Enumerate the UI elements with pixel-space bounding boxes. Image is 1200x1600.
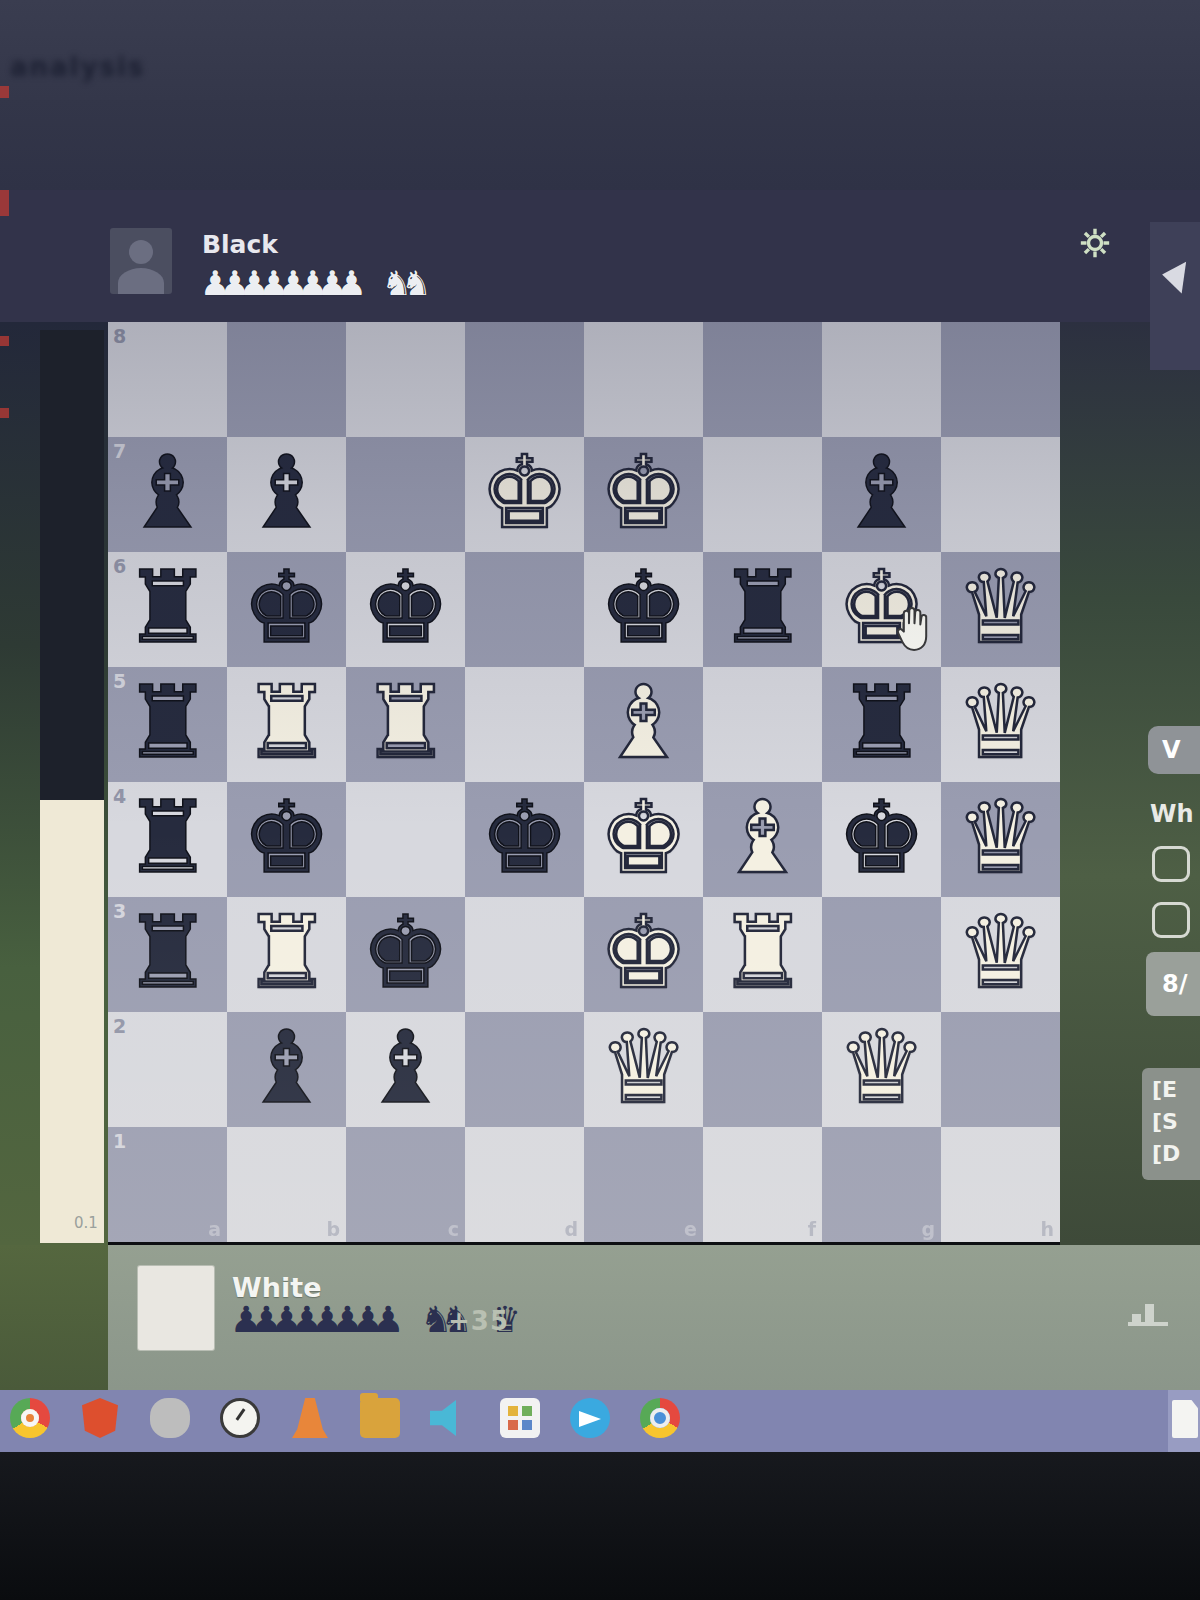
- square-h2[interactable]: [941, 1012, 1060, 1127]
- square-e2[interactable]: ♛: [584, 1012, 703, 1127]
- pgn-tag-fragment: [D: [1152, 1138, 1200, 1170]
- square-a4[interactable]: 4♜: [108, 782, 227, 897]
- piece-white-rook[interactable]: ♜: [227, 897, 346, 1012]
- black-avatar[interactable]: [110, 228, 172, 294]
- gear-icon[interactable]: [1078, 226, 1112, 260]
- square-d5[interactable]: [465, 667, 584, 782]
- piece-white-queen[interactable]: ♛: [822, 1012, 941, 1127]
- square-b1[interactable]: b: [227, 1127, 346, 1242]
- square-e6[interactable]: ♚: [584, 552, 703, 667]
- square-d4[interactable]: ♚: [465, 782, 584, 897]
- evaluation-bar: [40, 330, 104, 1243]
- square-a1[interactable]: 1a: [108, 1127, 227, 1242]
- black-player-header-band: [0, 190, 1200, 322]
- left-edge-artifact: [0, 86, 9, 98]
- square-h1[interactable]: h: [941, 1127, 1060, 1242]
- piece-black-bishop[interactable]: ♝: [227, 1012, 346, 1127]
- bottom-left-margin: [0, 1245, 108, 1390]
- square-e8[interactable]: [584, 322, 703, 437]
- square-a3[interactable]: 3♜: [108, 897, 227, 1012]
- piece-black-king[interactable]: ♚: [227, 552, 346, 667]
- telegram-icon[interactable]: [570, 1398, 610, 1438]
- piece-black-king[interactable]: ♚: [822, 782, 941, 897]
- chart-icon[interactable]: [1128, 1292, 1170, 1326]
- evaluation-bar-white: [40, 800, 104, 1243]
- left-edge-artifact: [0, 336, 9, 346]
- file-label: h: [1040, 1218, 1054, 1240]
- square-f3[interactable]: ♜: [703, 897, 822, 1012]
- pgn-textarea[interactable]: [E[S[D: [1142, 1068, 1200, 1180]
- square-b4[interactable]: ♚: [227, 782, 346, 897]
- side-panel-button[interactable]: V: [1148, 726, 1200, 774]
- square-b3[interactable]: ♜: [227, 897, 346, 1012]
- square-e7[interactable]: ♚: [584, 437, 703, 552]
- left-edge-artifact: [0, 408, 9, 418]
- file-label: b: [326, 1218, 340, 1240]
- square-c7[interactable]: [346, 437, 465, 552]
- square-f7[interactable]: [703, 437, 822, 552]
- piece-white-king[interactable]: ♚: [584, 897, 703, 1012]
- gimp-icon[interactable]: [150, 1398, 190, 1438]
- material-score: +35: [448, 1306, 509, 1336]
- piece-white-king[interactable]: ♚: [584, 782, 703, 897]
- square-d2[interactable]: [465, 1012, 584, 1127]
- square-a8[interactable]: 8: [108, 322, 227, 437]
- store-icon[interactable]: [500, 1398, 540, 1438]
- square-g1[interactable]: g: [822, 1127, 941, 1242]
- page-upper-band: [0, 100, 1200, 190]
- square-h3[interactable]: ♛: [941, 897, 1060, 1012]
- chevron-left-icon[interactable]: [1160, 259, 1186, 294]
- piece-white-rook[interactable]: ♜: [227, 667, 346, 782]
- square-e5[interactable]: ♝: [584, 667, 703, 782]
- square-h7[interactable]: [941, 437, 1060, 552]
- piece-white-bishop[interactable]: ♝: [584, 667, 703, 782]
- captured-knights: ♞♞: [382, 263, 421, 303]
- folder-icon[interactable]: [360, 1398, 400, 1438]
- square-d1[interactable]: d: [465, 1127, 584, 1242]
- square-g8[interactable]: [822, 322, 941, 437]
- square-e4[interactable]: ♚: [584, 782, 703, 897]
- captured-pawns: ♟♟♟♟♟♟♟♟: [230, 1299, 392, 1340]
- rank-label: 8: [113, 325, 126, 347]
- square-b5[interactable]: ♜: [227, 667, 346, 782]
- chrome-icon[interactable]: [10, 1398, 50, 1438]
- piece-white-bishop[interactable]: ♝: [703, 782, 822, 897]
- black-captured-pieces: ♟♟♟♟♟♟♟♟♞♞: [200, 262, 447, 304]
- pgn-tag-fragment: [E: [1152, 1074, 1200, 1106]
- square-h4[interactable]: ♛: [941, 782, 1060, 897]
- square-a7[interactable]: 7♝: [108, 437, 227, 552]
- piece-white-queen[interactable]: ♛: [584, 1012, 703, 1127]
- pgn-tag-fragment: [S: [1152, 1106, 1200, 1138]
- black-player-name: Black: [202, 230, 278, 259]
- piece-black-rook[interactable]: ♜: [108, 667, 227, 782]
- square-b2[interactable]: ♝: [227, 1012, 346, 1127]
- screen-bezel-bottom: [0, 1452, 1200, 1600]
- square-a2[interactable]: 2: [108, 1012, 227, 1127]
- square-f6[interactable]: ♜: [703, 552, 822, 667]
- piece-white-rook[interactable]: ♜: [346, 667, 465, 782]
- castling-checkbox[interactable]: [1152, 902, 1190, 938]
- file-label: c: [448, 1218, 459, 1240]
- square-c3[interactable]: ♚: [346, 897, 465, 1012]
- square-f2[interactable]: [703, 1012, 822, 1127]
- piece-black-bishop[interactable]: ♝: [108, 437, 227, 552]
- file-label: f: [808, 1218, 816, 1240]
- file-label: e: [684, 1218, 697, 1240]
- piece-white-queen[interactable]: ♛: [941, 782, 1060, 897]
- square-c8[interactable]: [346, 322, 465, 437]
- piece-black-king[interactable]: ♚: [346, 552, 465, 667]
- file-label: d: [564, 1218, 578, 1240]
- hand-cursor-icon: [891, 601, 935, 653]
- piece-white-queen[interactable]: ♛: [941, 897, 1060, 1012]
- evaluation-value: 0.1: [74, 1214, 98, 1232]
- piece-black-rook[interactable]: ♜: [108, 782, 227, 897]
- square-b7[interactable]: ♝: [227, 437, 346, 552]
- piece-black-king[interactable]: ♚: [584, 552, 703, 667]
- piece-white-queen[interactable]: ♛: [941, 667, 1060, 782]
- avatar-silhouette-icon: [118, 268, 164, 294]
- square-c1[interactable]: c: [346, 1127, 465, 1242]
- piece-black-rook[interactable]: ♜: [108, 897, 227, 1012]
- square-g7[interactable]: ♝: [822, 437, 941, 552]
- fen-input[interactable]: 8/: [1146, 952, 1200, 1016]
- square-g4[interactable]: ♚: [822, 782, 941, 897]
- side-panel-fragment: [1150, 222, 1200, 370]
- notepad-icon[interactable]: [1172, 1400, 1198, 1438]
- square-g6[interactable]: ♚: [822, 552, 941, 667]
- square-e1[interactable]: e: [584, 1127, 703, 1242]
- white-avatar[interactable]: [138, 1266, 214, 1350]
- square-c6[interactable]: ♚: [346, 552, 465, 667]
- piece-black-rook[interactable]: ♜: [108, 552, 227, 667]
- square-b8[interactable]: [227, 322, 346, 437]
- square-c5[interactable]: ♜: [346, 667, 465, 782]
- square-g3[interactable]: [822, 897, 941, 1012]
- rank-label: 2: [113, 1015, 126, 1037]
- square-f8[interactable]: [703, 322, 822, 437]
- square-c2[interactable]: ♝: [346, 1012, 465, 1127]
- square-h6[interactable]: ♛: [941, 552, 1060, 667]
- square-h8[interactable]: [941, 322, 1060, 437]
- square-e3[interactable]: ♚: [584, 897, 703, 1012]
- square-f5[interactable]: [703, 667, 822, 782]
- castling-checkbox[interactable]: [1152, 846, 1190, 882]
- square-c4[interactable]: [346, 782, 465, 897]
- chrome2-icon[interactable]: [640, 1398, 680, 1438]
- avatar-silhouette-icon: [129, 240, 153, 264]
- chess-board: 87♝♝♚♚♝6♜♚♚♚♜♚♛5♜♜♜♝♜♛4♜♚♚♚♝♚♛3♜♜♚♚♜♛2♝♝…: [108, 322, 1060, 1242]
- browser-top-bar: [0, 0, 1200, 100]
- browser-tab-text: analysis: [10, 52, 145, 82]
- file-label: a: [208, 1218, 221, 1240]
- piece-white-queen[interactable]: ♛: [941, 552, 1060, 667]
- file-label: g: [921, 1218, 935, 1240]
- square-f1[interactable]: f: [703, 1127, 822, 1242]
- square-d7[interactable]: ♚: [465, 437, 584, 552]
- square-b6[interactable]: ♚: [227, 552, 346, 667]
- piece-black-king[interactable]: ♚: [465, 782, 584, 897]
- piece-white-king[interactable]: ♚: [584, 437, 703, 552]
- square-a6[interactable]: 6♜: [108, 552, 227, 667]
- left-edge-artifact: [0, 190, 9, 216]
- castling-label: Wh: [1150, 800, 1194, 828]
- square-d8[interactable]: [465, 322, 584, 437]
- piece-black-bishop[interactable]: ♝: [346, 1012, 465, 1127]
- piece-black-king[interactable]: ♚: [346, 897, 465, 1012]
- square-d6[interactable]: [465, 552, 584, 667]
- clock-icon[interactable]: [220, 1398, 260, 1438]
- square-f4[interactable]: ♝: [703, 782, 822, 897]
- square-d3[interactable]: [465, 897, 584, 1012]
- piece-black-rook[interactable]: ♜: [822, 667, 941, 782]
- captured-pawns: ♟♟♟♟♟♟♟♟: [200, 263, 356, 303]
- piece-white-king[interactable]: ♚: [465, 437, 584, 552]
- piece-black-bishop[interactable]: ♝: [227, 437, 346, 552]
- piece-white-rook[interactable]: ♜: [703, 897, 822, 1012]
- piece-black-king[interactable]: ♚: [227, 782, 346, 897]
- rank-label: 1: [113, 1130, 126, 1152]
- piece-black-rook[interactable]: ♜: [703, 552, 822, 667]
- square-g2[interactable]: ♛: [822, 1012, 941, 1127]
- square-a5[interactable]: 5♜: [108, 667, 227, 782]
- piece-black-bishop[interactable]: ♝: [822, 437, 941, 552]
- square-g5[interactable]: ♜: [822, 667, 941, 782]
- square-h5[interactable]: ♛: [941, 667, 1060, 782]
